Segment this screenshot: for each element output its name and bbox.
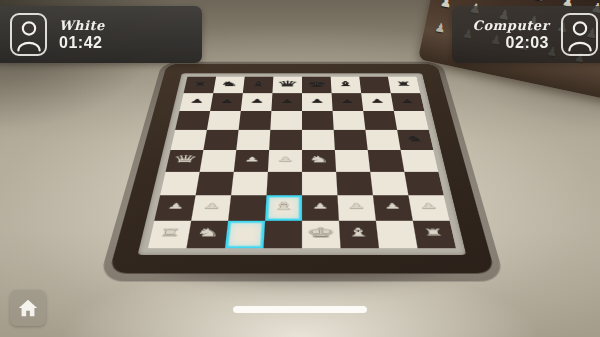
board-square-f2[interactable]: [337, 195, 375, 220]
board-square-g3[interactable]: [370, 172, 408, 196]
board-square-f3[interactable]: [336, 172, 373, 196]
black-queen-d8[interactable]: ♛: [273, 79, 302, 89]
board-square-b2[interactable]: [191, 195, 231, 220]
board-square-a3[interactable]: [160, 172, 200, 196]
player-clock: 02:03: [506, 34, 549, 52]
board-square-c2[interactable]: [228, 195, 266, 220]
home-icon: [17, 297, 39, 319]
black-pawn-e7[interactable]: ♟: [302, 95, 332, 105]
board-square-g2[interactable]: [373, 195, 413, 220]
board-square-c3[interactable]: [231, 172, 268, 196]
chess-board[interactable]: ♜♞♝♛♚♝♜♟♟♟♟♟♟♟♟♞♛♟♟♞♟♟♝♟♟♟♟♜♞♚♝♜: [109, 64, 496, 274]
board-square-b3[interactable]: [196, 172, 234, 196]
person-icon: [565, 17, 595, 53]
board-square-f4[interactable]: [335, 150, 370, 172]
black-knight-b8[interactable]: ♞: [214, 79, 244, 89]
progress-fill: [233, 306, 367, 313]
black-rook-a8[interactable]: ♜: [185, 79, 216, 89]
black-pawn-f7[interactable]: ♟: [332, 95, 363, 105]
black-pawn-a7[interactable]: ♟: [181, 95, 213, 105]
board-square-e2[interactable]: [302, 195, 339, 220]
player-clock: 01:42: [59, 34, 129, 52]
black-knight-h5[interactable]: ♞: [397, 132, 432, 144]
board-square-c6[interactable]: [239, 111, 272, 130]
board-square-h4[interactable]: [401, 150, 439, 172]
home-button[interactable]: [10, 290, 46, 326]
board-square-d3[interactable]: [267, 172, 302, 196]
black-pawn-h7[interactable]: ♟: [391, 95, 423, 105]
board-square-g1[interactable]: [376, 221, 418, 249]
black-bishop-c8[interactable]: ♝: [243, 79, 273, 89]
board-square-b6[interactable]: [207, 111, 241, 130]
avatar: [10, 13, 47, 56]
board-square-g4[interactable]: [368, 150, 405, 172]
board-square-d2[interactable]: [265, 195, 302, 220]
black-pawn-d7[interactable]: ♟: [272, 95, 302, 105]
person-icon: [14, 17, 44, 53]
board-square-g6[interactable]: [363, 111, 397, 130]
board-square-e5[interactable]: [302, 130, 335, 150]
board-square-f1[interactable]: [339, 221, 379, 249]
player-name: Computer: [473, 18, 549, 34]
avatar: [561, 13, 598, 56]
board-square-a1[interactable]: [148, 221, 191, 249]
game-scene: ♟ ♟ ♟ ♟ ♟ ♟ ♟ ♟ ♟ ♟ ♟ ♟ ♟ ♟ ♟ ♟ ♟ ♟ ♟ ♟ …: [0, 0, 600, 337]
board-square-f5[interactable]: [334, 130, 368, 150]
board-square-h2[interactable]: [408, 195, 449, 220]
black-rook-h8[interactable]: ♜: [388, 79, 419, 89]
progress-bar: [233, 306, 367, 313]
board-square-h3[interactable]: [404, 172, 444, 196]
board-square-a6[interactable]: [175, 111, 210, 130]
board-square-a5[interactable]: [171, 130, 207, 150]
black-pawn-g7[interactable]: ♟: [361, 95, 393, 105]
black-king-e8[interactable]: ♚: [302, 79, 331, 89]
board-square-a2[interactable]: [154, 195, 195, 220]
board-square-g5[interactable]: [365, 130, 400, 150]
black-bishop-f8[interactable]: ♝: [331, 79, 361, 89]
board-square-e6[interactable]: [302, 111, 334, 130]
board-square-g8[interactable]: [359, 77, 390, 93]
board-square-h1[interactable]: [413, 221, 456, 249]
board-square-d1[interactable]: [263, 221, 302, 249]
board-square-c5[interactable]: [236, 130, 270, 150]
black-pawn-b7[interactable]: ♟: [211, 95, 243, 105]
board-square-b5[interactable]: [203, 130, 238, 150]
board-square-e1[interactable]: [302, 221, 341, 249]
player-panel-white: White 01:42: [0, 6, 202, 63]
player-panel-computer: Computer 02:03: [452, 6, 600, 63]
board-square-e3[interactable]: [302, 172, 337, 196]
black-pawn-c7[interactable]: ♟: [241, 95, 272, 105]
board-square-b4[interactable]: [200, 150, 237, 172]
board-square-d6[interactable]: [270, 111, 302, 130]
board-square-d5[interactable]: [269, 130, 302, 150]
player-name: White: [59, 18, 129, 34]
board-square-h6[interactable]: [394, 111, 429, 130]
board-square-f6[interactable]: [333, 111, 366, 130]
board-square-b1[interactable]: [186, 221, 228, 249]
board-square-c1[interactable]: [225, 221, 265, 249]
